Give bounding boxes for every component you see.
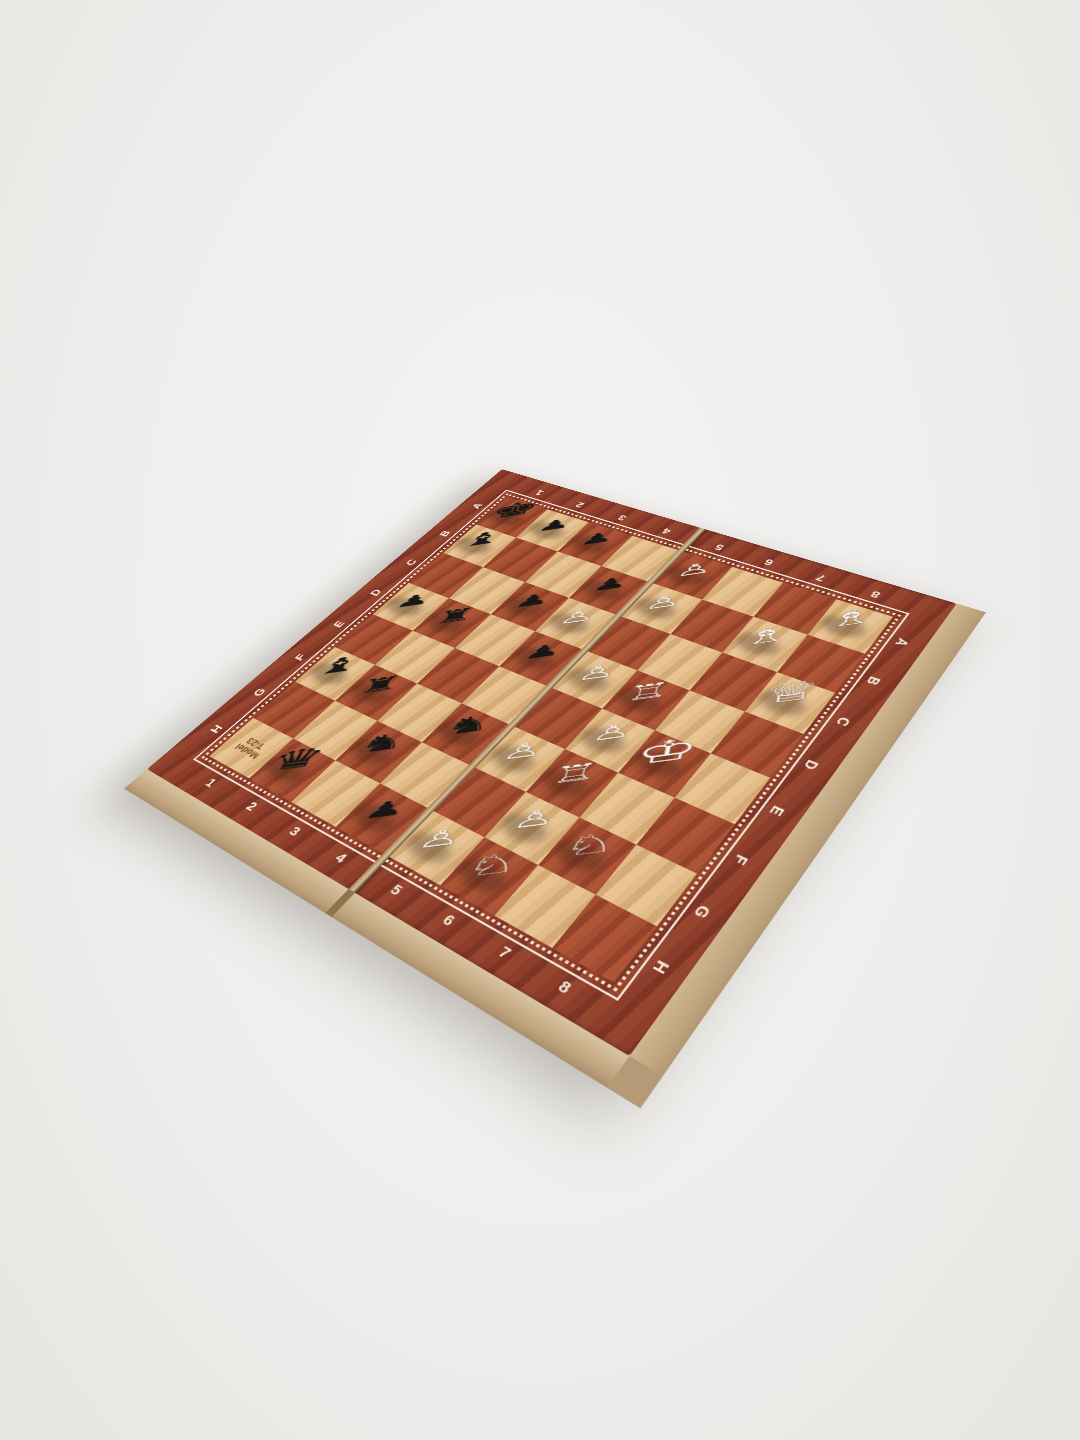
photo-background: 1122334455667788AABBCCDDEEFFGGHHModelT-2… — [0, 0, 1080, 1440]
white-rook-icon: ♖ — [548, 759, 601, 788]
camera-tilt: 1122334455667788AABBCCDDEEFFGGHHModelT-2… — [0, 0, 1080, 1440]
chess-board: 1122334455667788AABBCCDDEEFFGGHHModelT-2… — [124, 469, 986, 1108]
white-king-icon: ♔ — [633, 733, 701, 770]
white-pawn-icon: ♙ — [510, 805, 560, 832]
perspective-scene: 1122334455667788AABBCCDDEEFFGGHHModelT-2… — [0, 0, 1080, 1440]
white-queen-icon: ♕ — [761, 675, 821, 708]
white-knight-icon: ♘ — [462, 848, 523, 882]
white-pawn-icon: ♙ — [589, 720, 635, 745]
white-knight-icon: ♘ — [560, 828, 620, 861]
